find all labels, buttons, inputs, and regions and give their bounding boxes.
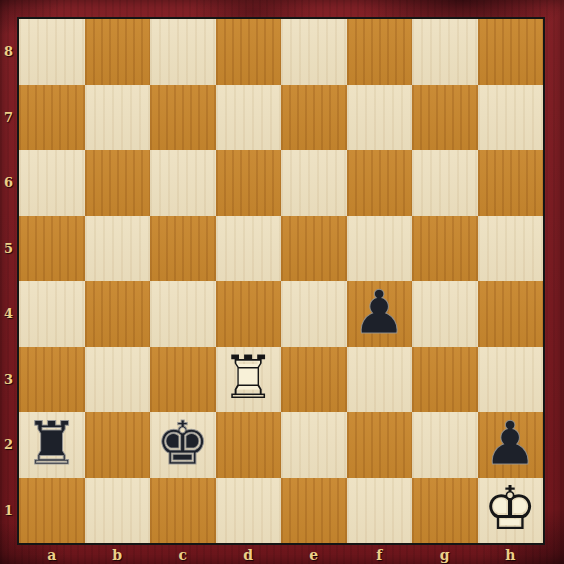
square-g8[interactable]: [412, 19, 478, 85]
square-a1[interactable]: [19, 478, 85, 544]
file-label-f: f: [347, 545, 413, 564]
square-g4[interactable]: [412, 281, 478, 347]
file-label-b: b: [85, 545, 151, 564]
square-a6[interactable]: [19, 150, 85, 216]
piece-black-king[interactable]: ♚: [150, 412, 216, 478]
square-b1[interactable]: [85, 478, 151, 544]
square-a3[interactable]: [19, 347, 85, 413]
square-d2[interactable]: [216, 412, 282, 478]
file-label-a: a: [19, 545, 85, 564]
square-a4[interactable]: [19, 281, 85, 347]
square-h7[interactable]: [478, 85, 544, 151]
piece-black-pawn[interactable]: ♟: [347, 281, 413, 347]
square-g1[interactable]: [412, 478, 478, 544]
file-label-c: c: [150, 545, 216, 564]
square-f5[interactable]: [347, 216, 413, 282]
square-d5[interactable]: [216, 216, 282, 282]
square-f8[interactable]: [347, 19, 413, 85]
square-f2[interactable]: [347, 412, 413, 478]
square-b7[interactable]: [85, 85, 151, 151]
square-c8[interactable]: [150, 19, 216, 85]
square-a5[interactable]: [19, 216, 85, 282]
black-piece-glyph: ♚: [150, 410, 216, 476]
square-d8[interactable]: [216, 19, 282, 85]
square-h6[interactable]: [478, 150, 544, 216]
square-c5[interactable]: [150, 216, 216, 282]
square-c6[interactable]: [150, 150, 216, 216]
white-piece-outline: ♔: [478, 476, 544, 542]
square-d7[interactable]: [216, 85, 282, 151]
rank-label-8: 8: [0, 19, 17, 85]
file-labels: abcdefgh: [19, 545, 543, 564]
square-b5[interactable]: [85, 216, 151, 282]
square-e8[interactable]: [281, 19, 347, 85]
square-b2[interactable]: [85, 412, 151, 478]
square-h3[interactable]: [478, 347, 544, 413]
black-piece-glyph: ♜: [19, 410, 85, 476]
square-h4[interactable]: [478, 281, 544, 347]
rank-label-2: 2: [0, 412, 17, 478]
square-d6[interactable]: [216, 150, 282, 216]
square-d4[interactable]: [216, 281, 282, 347]
square-e7[interactable]: [281, 85, 347, 151]
square-g6[interactable]: [412, 150, 478, 216]
square-a7[interactable]: [19, 85, 85, 151]
rank-label-1: 1: [0, 478, 17, 544]
square-f7[interactable]: [347, 85, 413, 151]
board: ♟♜♖♜♚♟♚♔: [17, 17, 545, 545]
rank-label-4: 4: [0, 281, 17, 347]
square-a8[interactable]: [19, 19, 85, 85]
square-g7[interactable]: [412, 85, 478, 151]
square-h5[interactable]: [478, 216, 544, 282]
square-h2[interactable]: ♟: [478, 412, 544, 478]
square-c2[interactable]: ♚: [150, 412, 216, 478]
square-f4[interactable]: ♟: [347, 281, 413, 347]
rank-label-3: 3: [0, 347, 17, 413]
square-e5[interactable]: [281, 216, 347, 282]
square-f6[interactable]: [347, 150, 413, 216]
square-b3[interactable]: [85, 347, 151, 413]
file-label-g: g: [412, 545, 478, 564]
square-g2[interactable]: [412, 412, 478, 478]
square-h8[interactable]: [478, 19, 544, 85]
black-piece-glyph: ♟: [478, 410, 544, 476]
white-piece-outline: ♖: [216, 345, 282, 411]
square-e3[interactable]: [281, 347, 347, 413]
piece-white-king[interactable]: ♚♔: [478, 478, 544, 544]
file-label-h: h: [478, 545, 544, 564]
square-c3[interactable]: [150, 347, 216, 413]
piece-white-rook[interactable]: ♜♖: [216, 347, 282, 413]
square-g3[interactable]: [412, 347, 478, 413]
square-d3[interactable]: ♜♖: [216, 347, 282, 413]
square-b4[interactable]: [85, 281, 151, 347]
square-c1[interactable]: [150, 478, 216, 544]
rank-labels: 87654321: [0, 19, 17, 543]
square-g5[interactable]: [412, 216, 478, 282]
square-e6[interactable]: [281, 150, 347, 216]
file-label-d: d: [216, 545, 282, 564]
square-h1[interactable]: ♚♔: [478, 478, 544, 544]
square-e4[interactable]: [281, 281, 347, 347]
square-a2[interactable]: ♜: [19, 412, 85, 478]
square-b6[interactable]: [85, 150, 151, 216]
piece-black-pawn[interactable]: ♟: [478, 412, 544, 478]
square-c7[interactable]: [150, 85, 216, 151]
file-label-e: e: [281, 545, 347, 564]
chessboard-frame: ♟♜♖♜♚♟♚♔ 87654321 abcdefgh: [0, 0, 564, 564]
square-f1[interactable]: [347, 478, 413, 544]
square-f3[interactable]: [347, 347, 413, 413]
square-d1[interactable]: [216, 478, 282, 544]
rank-label-5: 5: [0, 216, 17, 282]
rank-label-7: 7: [0, 85, 17, 151]
square-e2[interactable]: [281, 412, 347, 478]
square-c4[interactable]: [150, 281, 216, 347]
square-e1[interactable]: [281, 478, 347, 544]
piece-black-rook[interactable]: ♜: [19, 412, 85, 478]
black-piece-glyph: ♟: [347, 279, 413, 345]
square-b8[interactable]: [85, 19, 151, 85]
rank-label-6: 6: [0, 150, 17, 216]
